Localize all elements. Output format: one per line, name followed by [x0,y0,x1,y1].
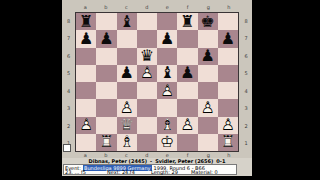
coordinate-label: 5 [240,65,252,83]
square-d1[interactable] [137,134,157,151]
piece-outline: ♗ [157,117,177,133]
piece-glyph: ♟ [117,65,137,81]
piece-outline: ♙ [137,65,157,81]
board-resize-handle[interactable] [63,144,71,152]
game-info-box: Event: Bundesliga 9899 Germany 1999, Rou… [63,164,237,175]
square-f8[interactable]: ♜ [177,13,197,30]
chess-board: ♜♝♜♚♟♟♟♟♛♟♟♟♙♝♟♟♙♟♙♟♙♟♙♛♕♝♗♟♙♟♙♜♖♝♗♚♔♜♖ [75,12,239,152]
square-c5[interactable]: ♟ [117,65,137,82]
piece-glyph: ♛ [137,48,157,64]
piece-outline: ♔ [157,134,177,150]
white-pawn[interactable]: ♟♙ [76,117,96,134]
square-b6[interactable] [96,48,116,65]
square-h4[interactable] [218,82,238,99]
rank-labels-right: 87654321 [240,12,252,152]
square-g1[interactable] [198,134,218,151]
square-a7[interactable]: ♟ [76,30,96,47]
white-pawn[interactable]: ♟♙ [157,82,177,99]
white-bishop[interactable]: ♝♗ [117,134,137,151]
square-h7[interactable]: ♟ [218,30,238,47]
coordinate-label: 7 [240,30,252,48]
coordinate-label: 3 [240,100,252,118]
move-line: 23. ... f5 Next: 24.f4 Length: 29 Materi… [65,170,235,174]
coordinate-label: 8 [240,12,252,30]
coordinate-label: 8 [62,12,75,30]
piece-glyph: ♟ [76,30,96,46]
square-c1[interactable]: ♝♗ [117,134,137,151]
chess-gui-frame: abcdefgh abcdefgh 87654321 87654321 ♜♝♜♚… [62,0,252,176]
square-a1[interactable] [76,134,96,151]
piece-outline: ♖ [96,134,116,150]
rank-labels-left: 87654321 [62,12,75,152]
piece-outline: ♕ [117,117,137,133]
piece-glyph: ♟ [198,48,218,64]
square-b1[interactable]: ♜♖ [96,134,116,151]
coordinate-label: 4 [62,82,75,100]
square-f5[interactable]: ♟ [177,65,197,82]
square-b7[interactable]: ♟ [96,30,116,47]
piece-outline: ♙ [117,99,137,115]
square-b4[interactable] [96,82,116,99]
piece-glyph: ♚ [198,13,218,29]
square-e1[interactable]: ♚♔ [157,134,177,151]
white-pawn[interactable]: ♟♙ [137,65,157,82]
piece-outline: ♙ [198,99,218,115]
square-h1[interactable]: ♜♖ [218,134,238,151]
square-d5[interactable]: ♟♙ [137,65,157,82]
piece-outline: ♙ [157,82,177,98]
square-e4[interactable]: ♟♙ [157,82,177,99]
next-move: Next: 24.f4 [107,169,151,175]
piece-outline: ♗ [117,134,137,150]
square-g3[interactable]: ♟♙ [198,99,218,116]
black-pawn[interactable]: ♟ [117,65,137,82]
piece-glyph: ♟ [177,65,197,81]
game-length: Length: 29 [151,169,191,175]
piece-glyph: ♟ [218,30,238,46]
piece-glyph: ♜ [177,13,197,29]
coordinate-label: 6 [240,47,252,65]
piece-outline: ♙ [177,117,197,133]
square-a5[interactable] [76,65,96,82]
piece-glyph: ♟ [157,30,177,46]
square-d4[interactable] [137,82,157,99]
white-rook[interactable]: ♜♖ [96,134,116,151]
black-pawn[interactable]: ♟ [218,30,238,47]
black-pawn[interactable]: ♟ [96,30,116,47]
coordinate-label: h [219,4,240,12]
coordinate-label: 2 [240,117,252,135]
square-e7[interactable]: ♟ [157,30,177,47]
black-pawn[interactable]: ♟ [157,30,177,47]
coordinate-label: 4 [240,82,252,100]
square-c8[interactable]: ♝ [117,13,137,30]
white-rook[interactable]: ♜♖ [218,134,238,151]
piece-outline: ♙ [76,117,96,133]
piece-glyph: ♝ [117,13,137,29]
square-g8[interactable]: ♚ [198,13,218,30]
square-f7[interactable] [177,30,197,47]
piece-outline: ♙ [218,117,238,133]
black-pawn[interactable]: ♟ [198,48,218,65]
square-a6[interactable] [76,48,96,65]
square-h6[interactable] [218,48,238,65]
piece-glyph: ♜ [76,13,96,29]
coordinate-label: 5 [62,65,75,83]
white-pawn[interactable]: ♟♙ [177,117,197,134]
coordinate-label: b [96,4,117,12]
piece-glyph: ♝ [157,65,177,81]
square-a4[interactable] [76,82,96,99]
square-g6[interactable]: ♟ [198,48,218,65]
black-bishop[interactable]: ♝ [117,13,137,30]
coordinate-label: 6 [62,47,75,65]
coordinate-label: 1 [240,135,252,153]
video-frame-background: abcdefgh abcdefgh 87654321 87654321 ♜♝♜♚… [0,0,320,180]
black-king[interactable]: ♚ [198,13,218,30]
coordinate-label: d [137,4,158,12]
square-b3[interactable] [96,99,116,116]
white-pawn[interactable]: ♟♙ [198,99,218,116]
square-h5[interactable] [218,65,238,82]
square-g2[interactable] [198,117,218,134]
square-g5[interactable] [198,65,218,82]
piece-glyph: ♟ [96,30,116,46]
black-pawn[interactable]: ♟ [177,65,197,82]
square-f2[interactable]: ♟♙ [177,117,197,134]
piece-outline: ♖ [218,134,238,150]
coordinate-label: 2 [62,117,75,135]
square-d2[interactable] [137,117,157,134]
square-f1[interactable] [177,134,197,151]
white-king[interactable]: ♚♔ [157,134,177,151]
info-panel: Dibnas, Peter (2445) - Svidler, Peter (2… [62,158,252,176]
square-b5[interactable] [96,65,116,82]
material-balance: Material: 0 [191,169,218,175]
square-f4[interactable] [177,82,197,99]
coordinate-label: 7 [62,30,75,48]
square-a2[interactable]: ♟♙ [76,117,96,134]
current-move: 23. ... f5 [65,169,107,175]
square-d8[interactable] [137,13,157,30]
coordinate-label: 3 [62,100,75,118]
square-d3[interactable] [137,99,157,116]
black-rook[interactable]: ♜ [177,13,197,30]
black-pawn[interactable]: ♟ [76,30,96,47]
coordinate-label: e [157,4,178,12]
square-c7[interactable] [117,30,137,47]
